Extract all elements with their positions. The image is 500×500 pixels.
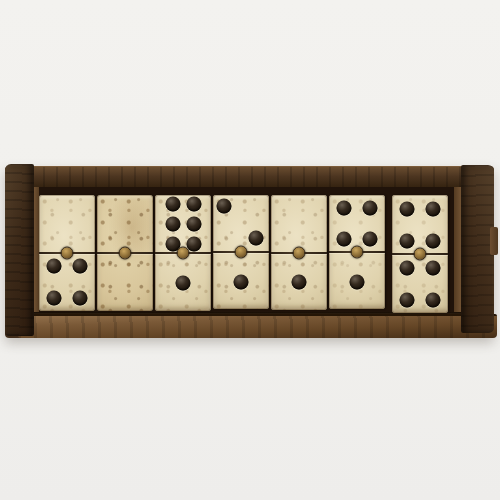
domino-half-bottom (271, 253, 327, 311)
pip (234, 274, 249, 289)
pip (217, 199, 232, 214)
pip (337, 232, 352, 247)
brass-spinner-pin (293, 246, 306, 259)
pip (400, 293, 415, 308)
pip (400, 234, 415, 249)
pip (350, 274, 365, 289)
pip (248, 231, 263, 246)
box-left-end (5, 164, 34, 336)
right-end-notch (490, 227, 498, 255)
pip (425, 293, 440, 308)
pip (400, 260, 415, 275)
pip (292, 275, 307, 290)
brass-spinner-pin (235, 246, 248, 259)
domino-tile[interactable] (213, 195, 269, 309)
box-tray-cavity (32, 187, 463, 317)
domino-half-top (97, 195, 153, 253)
pip (165, 197, 180, 212)
domino-half-top (329, 195, 385, 252)
domino-tile[interactable] (39, 195, 95, 311)
pip (362, 201, 377, 216)
pip (47, 291, 62, 306)
brass-spinner-pin (61, 247, 74, 260)
photo-background (0, 0, 500, 500)
pip (425, 201, 440, 216)
domino-half-top (155, 195, 211, 253)
pip (362, 232, 377, 247)
domino-tile[interactable] (271, 195, 327, 310)
brass-spinner-pin (351, 246, 364, 259)
domino-tile[interactable] (392, 195, 448, 313)
domino-box (5, 166, 494, 338)
pip (425, 234, 440, 249)
domino-half-top (271, 195, 327, 253)
box-front-wall (18, 314, 497, 338)
pip (425, 260, 440, 275)
box-right-end (461, 165, 494, 333)
pip (337, 201, 352, 216)
pip (72, 291, 87, 306)
domino-tile[interactable] (329, 195, 385, 309)
pip (165, 217, 180, 232)
pip (187, 217, 202, 232)
domino-half-bottom (39, 253, 95, 311)
domino-half-bottom (155, 253, 211, 311)
pip (400, 201, 415, 216)
pip (47, 259, 62, 274)
pip (72, 259, 87, 274)
domino-tile[interactable] (97, 195, 153, 311)
domino-half-bottom (213, 252, 269, 309)
brass-spinner-pin (119, 247, 132, 260)
domino-tile[interactable] (155, 195, 211, 311)
pip (187, 236, 202, 251)
domino-half-bottom (97, 253, 153, 311)
domino-half-top (392, 195, 448, 254)
domino-half-bottom (392, 254, 448, 313)
brass-spinner-pin (414, 248, 427, 261)
pip (176, 276, 191, 291)
pip (187, 197, 202, 212)
domino-half-bottom (329, 252, 385, 309)
domino-half-top (213, 195, 269, 252)
domino-row (39, 195, 448, 313)
brass-spinner-pin (177, 247, 190, 260)
domino-half-top (39, 195, 95, 253)
